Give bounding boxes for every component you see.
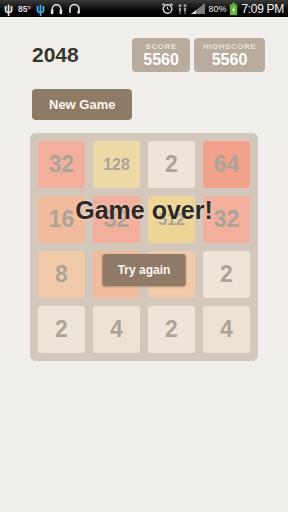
battery-charging-icon bbox=[229, 2, 238, 16]
game-over-message: Game over! bbox=[30, 196, 258, 225]
battery-percent-text: 80% bbox=[208, 4, 226, 14]
score-group: SCORE 5560 HIGHSCORE 5560 bbox=[132, 38, 265, 72]
usb-debug-icon: ψ bbox=[36, 3, 45, 15]
score-box: SCORE 5560 bbox=[132, 38, 190, 72]
game-over-overlay: Game over! Try again bbox=[30, 133, 258, 361]
clock-text: 7:09 PM bbox=[241, 2, 284, 16]
status-right-icons: 80% 7:09 PM bbox=[161, 2, 284, 16]
highscore-label: HIGHSCORE bbox=[203, 42, 256, 51]
score-value: 5560 bbox=[141, 51, 181, 69]
new-game-button[interactable]: New Game bbox=[32, 89, 132, 120]
board-wrap: 32128264163251232816822424 Game over! Tr… bbox=[30, 133, 258, 361]
header: 2048 SCORE 5560 HIGHSCORE 5560 bbox=[32, 38, 265, 72]
score-label: SCORE bbox=[141, 42, 181, 51]
headset-icon bbox=[68, 3, 81, 15]
signal-icon bbox=[191, 3, 205, 14]
highscore-value: 5560 bbox=[203, 51, 256, 69]
alarm-icon bbox=[161, 2, 174, 15]
notification-icon bbox=[177, 3, 188, 15]
temperature-text: 85° bbox=[18, 4, 31, 14]
usb-icon: ψ bbox=[4, 3, 13, 15]
highscore-box: HIGHSCORE 5560 bbox=[194, 38, 265, 72]
status-left-icons: ψ 85° ψ bbox=[4, 3, 81, 15]
app-title: 2048 bbox=[32, 43, 79, 67]
try-again-button[interactable]: Try again bbox=[103, 254, 186, 286]
status-bar: ψ 85° ψ 80% 7:09 PM bbox=[0, 0, 288, 17]
headphones-icon bbox=[50, 3, 63, 15]
controls: New Game bbox=[32, 89, 288, 120]
